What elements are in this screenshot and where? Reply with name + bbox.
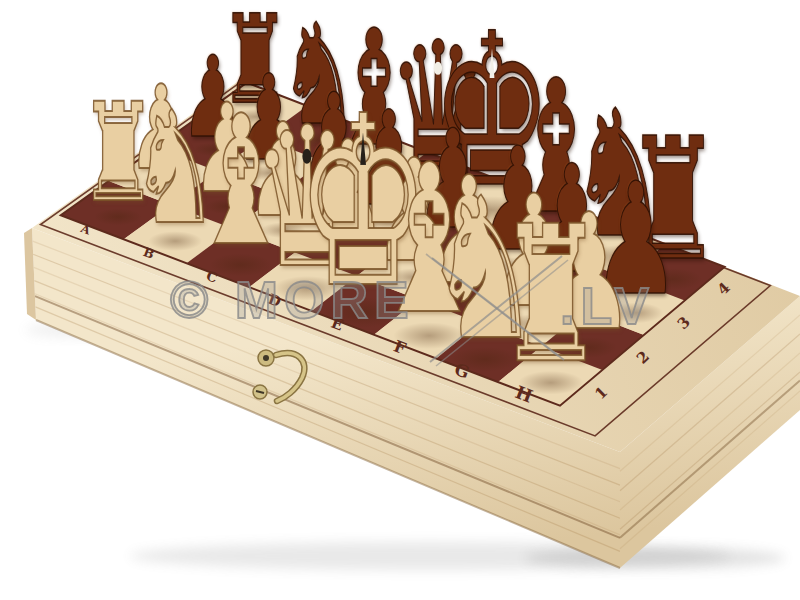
chess-box-graphic: ABCDEFGH1234 bbox=[0, 0, 800, 600]
chess-set-product-photo: ABCDEFGH1234 ♜♞♝♛♚♝♞♜♟♟♟♟♟♟♟♟♟♟♟♟♟♟♟♟♜♞♝… bbox=[0, 0, 800, 600]
